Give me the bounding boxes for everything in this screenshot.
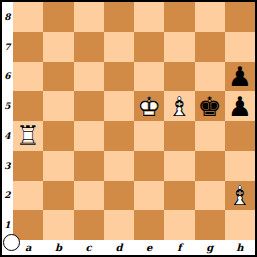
square-a5[interactable] (13, 91, 43, 121)
turn-indicator-circle (3, 234, 20, 251)
black-pawn-icon: ♟ (225, 91, 255, 121)
piece-black-pawn-h5[interactable]: ♟ (225, 91, 255, 121)
square-c7[interactable] (74, 32, 104, 62)
square-f7[interactable] (164, 32, 194, 62)
file-label-f: f (164, 240, 194, 255)
square-e1[interactable] (134, 210, 164, 240)
square-h5[interactable]: ♟ (225, 91, 255, 121)
piece-white-bishop-h2[interactable]: ♝♗ (225, 181, 255, 211)
rank-label-5: 5 (2, 91, 13, 121)
square-a8[interactable] (13, 2, 43, 32)
square-f4[interactable] (164, 121, 194, 151)
square-g8[interactable] (195, 2, 225, 32)
rank-label-2: 2 (2, 181, 13, 211)
file-labels: abcdefgh (13, 240, 255, 255)
square-d3[interactable] (104, 151, 134, 181)
square-d7[interactable] (104, 32, 134, 62)
square-g7[interactable] (195, 32, 225, 62)
square-h2[interactable]: ♝♗ (225, 181, 255, 211)
square-f3[interactable] (164, 151, 194, 181)
square-a6[interactable] (13, 62, 43, 92)
square-a4[interactable]: ♜♖ (13, 121, 43, 151)
white-rook-icon: ♖ (13, 121, 43, 151)
square-f2[interactable] (164, 181, 194, 211)
rank-label-3: 3 (2, 151, 13, 181)
piece-white-rook-a4[interactable]: ♜♖ (13, 121, 43, 151)
file-label-d: d (104, 240, 134, 255)
white-bishop-icon: ♗ (164, 91, 194, 121)
square-h6[interactable]: ♟ (225, 62, 255, 92)
square-b1[interactable] (43, 210, 73, 240)
square-d5[interactable] (104, 91, 134, 121)
rank-labels: 87654321 (2, 2, 13, 240)
piece-black-king-g5[interactable]: ♚ (195, 91, 225, 121)
square-a2[interactable] (13, 181, 43, 211)
piece-white-king-e5[interactable]: ♚♔ (134, 91, 164, 121)
file-label-c: c (74, 240, 104, 255)
square-b3[interactable] (43, 151, 73, 181)
square-c2[interactable] (74, 181, 104, 211)
square-c4[interactable] (74, 121, 104, 151)
file-label-e: e (134, 240, 164, 255)
square-g6[interactable] (195, 62, 225, 92)
square-e2[interactable] (134, 181, 164, 211)
square-b5[interactable] (43, 91, 73, 121)
square-c5[interactable] (74, 91, 104, 121)
square-g5[interactable]: ♚ (195, 91, 225, 121)
square-g3[interactable] (195, 151, 225, 181)
piece-black-pawn-h6[interactable]: ♟ (225, 62, 255, 92)
square-c1[interactable] (74, 210, 104, 240)
square-h1[interactable] (225, 210, 255, 240)
square-a7[interactable] (13, 32, 43, 62)
file-label-g: g (195, 240, 225, 255)
square-d2[interactable] (104, 181, 134, 211)
square-e7[interactable] (134, 32, 164, 62)
rank-label-7: 7 (2, 32, 13, 62)
square-f5[interactable]: ♝♗ (164, 91, 194, 121)
square-f6[interactable] (164, 62, 194, 92)
black-pawn-icon: ♟ (225, 62, 255, 92)
rank-label-6: 6 (2, 62, 13, 92)
square-d1[interactable] (104, 210, 134, 240)
square-d6[interactable] (104, 62, 134, 92)
square-f1[interactable] (164, 210, 194, 240)
square-f8[interactable] (164, 2, 194, 32)
chess-board: ♟♚♔♝♗♚♟♜♖♝♗ (13, 2, 255, 240)
square-c3[interactable] (74, 151, 104, 181)
square-h7[interactable] (225, 32, 255, 62)
square-e5[interactable]: ♚♔ (134, 91, 164, 121)
square-g2[interactable] (195, 181, 225, 211)
square-b6[interactable] (43, 62, 73, 92)
white-king-icon: ♔ (134, 91, 164, 121)
square-e4[interactable] (134, 121, 164, 151)
square-d8[interactable] (104, 2, 134, 32)
square-e8[interactable] (134, 2, 164, 32)
square-b8[interactable] (43, 2, 73, 32)
black-king-icon: ♚ (195, 91, 225, 121)
file-label-h: h (225, 240, 255, 255)
file-label-b: b (43, 240, 73, 255)
square-b2[interactable] (43, 181, 73, 211)
square-h4[interactable] (225, 121, 255, 151)
square-e3[interactable] (134, 151, 164, 181)
square-e6[interactable] (134, 62, 164, 92)
rank-label-4: 4 (2, 121, 13, 151)
square-h8[interactable] (225, 2, 255, 32)
square-g1[interactable] (195, 210, 225, 240)
square-h3[interactable] (225, 151, 255, 181)
white-bishop-icon: ♗ (225, 181, 255, 211)
piece-white-bishop-f5[interactable]: ♝♗ (164, 91, 194, 121)
square-b4[interactable] (43, 121, 73, 151)
square-a3[interactable] (13, 151, 43, 181)
square-c8[interactable] (74, 2, 104, 32)
rank-label-8: 8 (2, 2, 13, 32)
square-c6[interactable] (74, 62, 104, 92)
square-d4[interactable] (104, 121, 134, 151)
chess-board-diagram: 87654321 ♟♚♔♝♗♚♟♜♖♝♗ abcdefgh (0, 0, 257, 257)
square-b7[interactable] (43, 32, 73, 62)
square-g4[interactable] (195, 121, 225, 151)
